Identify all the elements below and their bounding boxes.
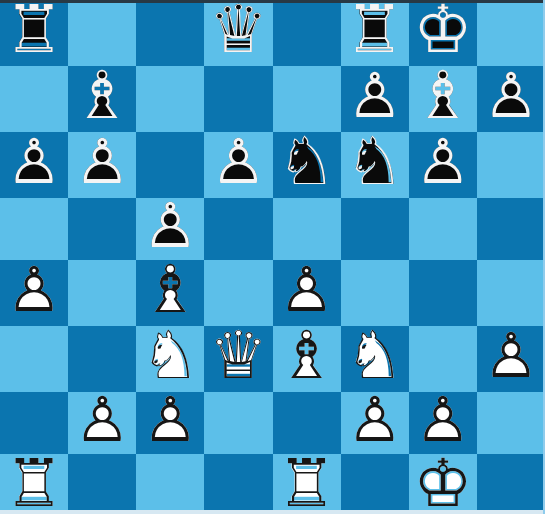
white-queen[interactable]: ♛♕ <box>204 326 272 392</box>
piece-outline-glyph: ♗ <box>73 63 132 129</box>
square-h3[interactable]: ♟♙ <box>477 326 545 392</box>
piece-outline-glyph: ♘ <box>345 323 404 389</box>
square-g7[interactable]: ♝♗ <box>409 66 477 132</box>
piece-outline-glyph: ♕ <box>209 0 268 63</box>
black-knight[interactable]: ♞♘ <box>273 132 341 198</box>
piece-outline-glyph: ♙ <box>347 389 403 451</box>
piece-outline-glyph: ♖ <box>345 0 404 63</box>
piece-outline-glyph: ♔ <box>413 451 472 514</box>
black-knight[interactable]: ♞♘ <box>341 132 409 198</box>
square-d6[interactable]: ♟♙ <box>204 132 272 198</box>
square-f8[interactable]: ♜♖ <box>341 0 409 66</box>
square-b5[interactable] <box>68 198 136 260</box>
square-f2[interactable]: ♟♙ <box>341 392 409 454</box>
piece-outline-glyph: ♙ <box>143 195 199 257</box>
piece-outline-glyph: ♖ <box>4 451 63 514</box>
square-h8[interactable] <box>477 0 545 66</box>
square-g6[interactable]: ♟♙ <box>409 132 477 198</box>
square-b4[interactable] <box>68 260 136 326</box>
piece-outline-glyph: ♙ <box>279 259 335 321</box>
white-pawn[interactable]: ♟♙ <box>136 392 204 454</box>
square-f5[interactable] <box>341 198 409 260</box>
square-g4[interactable] <box>409 260 477 326</box>
square-g1[interactable]: ♚♔ <box>409 454 477 514</box>
square-e8[interactable] <box>273 0 341 66</box>
piece-outline-glyph: ♘ <box>141 323 200 389</box>
square-h7[interactable]: ♟♙ <box>477 66 545 132</box>
black-rook[interactable]: ♜♖ <box>0 0 68 66</box>
square-d8[interactable]: ♛♕ <box>204 0 272 66</box>
square-e5[interactable] <box>273 198 341 260</box>
piece-outline-glyph: ♙ <box>74 389 130 451</box>
square-d5[interactable] <box>204 198 272 260</box>
piece-outline-glyph: ♙ <box>483 65 539 127</box>
black-bishop[interactable]: ♝♗ <box>68 66 136 132</box>
square-d1[interactable] <box>204 454 272 514</box>
piece-outline-glyph: ♙ <box>415 389 471 451</box>
white-rook[interactable]: ♜♖ <box>273 454 341 514</box>
piece-outline-glyph: ♗ <box>413 63 472 129</box>
square-a7[interactable] <box>0 66 68 132</box>
square-d3[interactable]: ♛♕ <box>204 326 272 392</box>
piece-outline-glyph: ♘ <box>277 129 336 195</box>
white-pawn[interactable]: ♟♙ <box>68 392 136 454</box>
square-e6[interactable]: ♞♘ <box>273 132 341 198</box>
square-b7[interactable]: ♝♗ <box>68 66 136 132</box>
square-a8[interactable]: ♜♖ <box>0 0 68 66</box>
square-h1[interactable] <box>477 454 545 514</box>
square-g5[interactable] <box>409 198 477 260</box>
white-pawn[interactable]: ♟♙ <box>477 326 545 392</box>
square-c7[interactable] <box>136 66 204 132</box>
black-pawn[interactable]: ♟♙ <box>477 66 545 132</box>
white-pawn[interactable]: ♟♙ <box>0 260 68 326</box>
piece-outline-glyph: ♘ <box>345 129 404 195</box>
square-b6[interactable]: ♟♙ <box>68 132 136 198</box>
square-h6[interactable] <box>477 132 545 198</box>
black-pawn[interactable]: ♟♙ <box>68 132 136 198</box>
piece-outline-glyph: ♙ <box>6 131 62 193</box>
piece-outline-glyph: ♙ <box>74 131 130 193</box>
black-pawn[interactable]: ♟♙ <box>0 132 68 198</box>
square-h5[interactable] <box>477 198 545 260</box>
square-h4[interactable] <box>477 260 545 326</box>
square-c1[interactable] <box>136 454 204 514</box>
piece-outline-glyph: ♗ <box>141 257 200 323</box>
black-queen[interactable]: ♛♕ <box>204 0 272 66</box>
black-pawn[interactable]: ♟♙ <box>409 132 477 198</box>
piece-outline-glyph: ♙ <box>143 389 199 451</box>
white-pawn[interactable]: ♟♙ <box>341 392 409 454</box>
piece-outline-glyph: ♖ <box>4 0 63 63</box>
square-b1[interactable] <box>68 454 136 514</box>
square-d2[interactable] <box>204 392 272 454</box>
square-e1[interactable]: ♜♖ <box>273 454 341 514</box>
square-a5[interactable] <box>0 198 68 260</box>
piece-outline-glyph: ♕ <box>209 323 268 389</box>
square-a3[interactable] <box>0 326 68 392</box>
chess-board: ♜♖♛♕♜♖♚♔♝♗♟♙♝♗♟♙♟♙♟♙♟♙♞♘♞♘♟♙♟♙♟♙♝♗♟♙♞♘♛♕… <box>0 0 545 514</box>
square-a4[interactable]: ♟♙ <box>0 260 68 326</box>
square-d7[interactable] <box>204 66 272 132</box>
white-bishop[interactable]: ♝♗ <box>273 326 341 392</box>
piece-outline-glyph: ♗ <box>277 323 336 389</box>
white-king[interactable]: ♚♔ <box>409 454 477 514</box>
piece-outline-glyph: ♔ <box>413 0 472 63</box>
piece-outline-glyph: ♖ <box>277 451 336 514</box>
piece-outline-glyph: ♙ <box>347 65 403 127</box>
black-rook[interactable]: ♜♖ <box>341 0 409 66</box>
white-rook[interactable]: ♜♖ <box>0 454 68 514</box>
square-c2[interactable]: ♟♙ <box>136 392 204 454</box>
square-e3[interactable]: ♝♗ <box>273 326 341 392</box>
piece-outline-glyph: ♙ <box>211 131 267 193</box>
square-a6[interactable]: ♟♙ <box>0 132 68 198</box>
square-a1[interactable]: ♜♖ <box>0 454 68 514</box>
black-pawn[interactable]: ♟♙ <box>204 132 272 198</box>
square-c8[interactable] <box>136 0 204 66</box>
piece-outline-glyph: ♙ <box>6 259 62 321</box>
piece-outline-glyph: ♙ <box>483 325 539 387</box>
square-f1[interactable] <box>341 454 409 514</box>
piece-outline-glyph: ♙ <box>415 131 471 193</box>
square-b2[interactable]: ♟♙ <box>68 392 136 454</box>
chess-board-wrapper: ♜♖♛♕♜♖♚♔♝♗♟♙♝♗♟♙♟♙♟♙♟♙♞♘♞♘♟♙♟♙♟♙♝♗♟♙♞♘♛♕… <box>0 0 545 514</box>
square-h2[interactable] <box>477 392 545 454</box>
square-f6[interactable]: ♞♘ <box>341 132 409 198</box>
black-bishop[interactable]: ♝♗ <box>409 66 477 132</box>
